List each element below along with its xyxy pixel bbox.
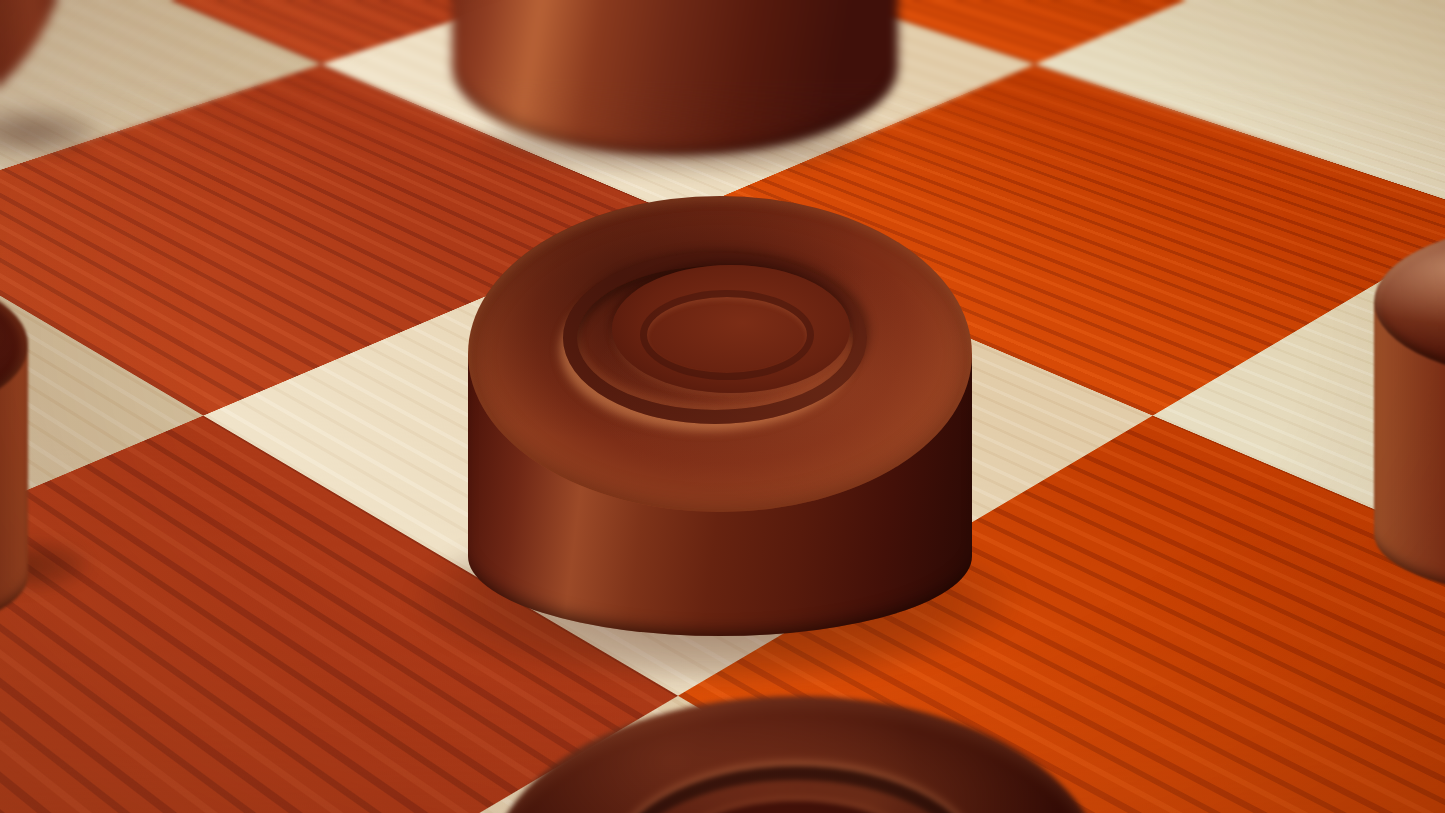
piece-inner-ring: [640, 290, 814, 380]
photo-scene: Macro close-up of a wooden checkers (dra…: [0, 0, 1445, 813]
